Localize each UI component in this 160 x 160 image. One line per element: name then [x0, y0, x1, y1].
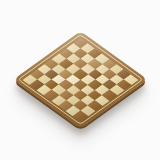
board-grid	[22, 37, 138, 120]
chessboard	[13, 31, 147, 128]
chessboard-photo	[0, 0, 160, 160]
